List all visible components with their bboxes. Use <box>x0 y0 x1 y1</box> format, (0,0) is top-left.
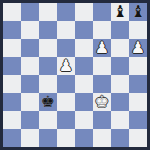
square-g3[interactable] <box>111 93 129 111</box>
square-c8[interactable] <box>39 3 57 21</box>
chess-board: ♝♝♟♟♟♚♚ <box>3 3 147 147</box>
square-f1[interactable] <box>93 129 111 147</box>
piece-white-pawn[interactable]: ♟ <box>95 39 109 57</box>
chess-board-frame: ♝♝♟♟♟♚♚ <box>0 0 150 150</box>
square-h4[interactable] <box>129 75 147 93</box>
square-d8[interactable] <box>57 3 75 21</box>
square-b1[interactable] <box>21 129 39 147</box>
square-e7[interactable] <box>75 21 93 39</box>
square-b4[interactable] <box>21 75 39 93</box>
square-g8[interactable]: ♝ <box>111 3 129 21</box>
square-e2[interactable] <box>75 111 93 129</box>
square-b8[interactable] <box>21 3 39 21</box>
square-h2[interactable] <box>129 111 147 129</box>
square-g2[interactable] <box>111 111 129 129</box>
square-f2[interactable] <box>93 111 111 129</box>
piece-black-king[interactable]: ♚ <box>41 93 55 111</box>
square-b7[interactable] <box>21 21 39 39</box>
square-d4[interactable] <box>57 75 75 93</box>
square-f8[interactable] <box>93 3 111 21</box>
square-c6[interactable] <box>39 39 57 57</box>
square-d2[interactable] <box>57 111 75 129</box>
square-b3[interactable] <box>21 93 39 111</box>
square-h6[interactable]: ♟ <box>129 39 147 57</box>
square-e3[interactable] <box>75 93 93 111</box>
square-b2[interactable] <box>21 111 39 129</box>
piece-white-pawn[interactable]: ♟ <box>59 57 73 75</box>
square-h1[interactable] <box>129 129 147 147</box>
square-e8[interactable] <box>75 3 93 21</box>
square-f6[interactable]: ♟ <box>93 39 111 57</box>
square-e6[interactable] <box>75 39 93 57</box>
square-g1[interactable] <box>111 129 129 147</box>
square-g6[interactable] <box>111 39 129 57</box>
square-c2[interactable] <box>39 111 57 129</box>
square-g7[interactable] <box>111 21 129 39</box>
square-f3[interactable]: ♚ <box>93 93 111 111</box>
square-h8[interactable]: ♝ <box>129 3 147 21</box>
square-d1[interactable] <box>57 129 75 147</box>
square-c4[interactable] <box>39 75 57 93</box>
square-h7[interactable] <box>129 21 147 39</box>
square-b6[interactable] <box>21 39 39 57</box>
square-d5[interactable]: ♟ <box>57 57 75 75</box>
square-a2[interactable] <box>3 111 21 129</box>
square-e1[interactable] <box>75 129 93 147</box>
square-a7[interactable] <box>3 21 21 39</box>
square-c5[interactable] <box>39 57 57 75</box>
piece-white-pawn[interactable]: ♟ <box>131 39 145 57</box>
square-a8[interactable] <box>3 3 21 21</box>
square-a1[interactable] <box>3 129 21 147</box>
piece-black-bishop[interactable]: ♝ <box>113 3 127 21</box>
square-e4[interactable] <box>75 75 93 93</box>
square-a6[interactable] <box>3 39 21 57</box>
square-f7[interactable] <box>93 21 111 39</box>
piece-white-king[interactable]: ♚ <box>95 93 109 111</box>
square-h3[interactable] <box>129 93 147 111</box>
square-b5[interactable] <box>21 57 39 75</box>
square-e5[interactable] <box>75 57 93 75</box>
square-a4[interactable] <box>3 75 21 93</box>
square-g4[interactable] <box>111 75 129 93</box>
square-c7[interactable] <box>39 21 57 39</box>
square-f4[interactable] <box>93 75 111 93</box>
square-d3[interactable] <box>57 93 75 111</box>
square-f5[interactable] <box>93 57 111 75</box>
square-d7[interactable] <box>57 21 75 39</box>
square-a5[interactable] <box>3 57 21 75</box>
square-a3[interactable] <box>3 93 21 111</box>
square-h5[interactable] <box>129 57 147 75</box>
square-d6[interactable] <box>57 39 75 57</box>
square-c1[interactable] <box>39 129 57 147</box>
square-c3[interactable]: ♚ <box>39 93 57 111</box>
square-g5[interactable] <box>111 57 129 75</box>
piece-black-bishop[interactable]: ♝ <box>131 3 145 21</box>
